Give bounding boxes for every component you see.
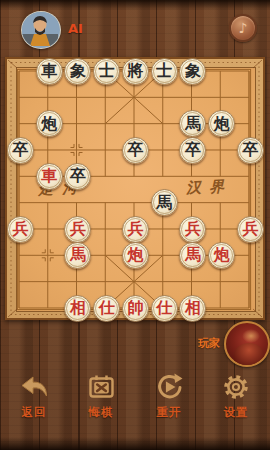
board-cell[interactable]	[236, 295, 265, 321]
board-cell[interactable]: 炮	[35, 111, 64, 137]
bottom-shadow-band	[0, 437, 270, 450]
board-cell[interactable]	[6, 111, 35, 137]
board-cell[interactable]	[6, 84, 35, 110]
board-cell[interactable]	[236, 190, 265, 216]
board-cell[interactable]: 卒	[179, 137, 208, 163]
board-cell[interactable]: 馬	[150, 190, 179, 216]
board-cell[interactable]	[92, 163, 121, 189]
board-cell[interactable]	[35, 242, 64, 268]
board-cell[interactable]: 馬	[179, 242, 208, 268]
board-cell[interactable]	[92, 137, 121, 163]
board-cell[interactable]	[92, 216, 121, 242]
board-cell[interactable]: 象	[64, 58, 93, 84]
board-cell[interactable]: 炮	[121, 242, 150, 268]
board-cell[interactable]: 兵	[64, 216, 93, 242]
restart-button[interactable]: 重开	[145, 372, 193, 428]
piece-red-兵[interactable]: 兵	[7, 216, 34, 243]
piece-red-仕[interactable]: 仕	[93, 295, 120, 322]
board-cell[interactable]: 馬	[64, 242, 93, 268]
board-cell[interactable]: 士	[150, 58, 179, 84]
board-cell[interactable]	[236, 84, 265, 110]
board-cell[interactable]	[207, 216, 236, 242]
piece-red-帥[interactable]: 帥	[122, 295, 149, 322]
piece-red-兵[interactable]: 兵	[64, 216, 91, 243]
board-cell[interactable]	[236, 242, 265, 268]
board-cell[interactable]	[64, 137, 93, 163]
board-cell[interactable]: 馬	[179, 111, 208, 137]
avatar-highlight	[242, 329, 260, 343]
opponent-avatar	[21, 11, 61, 49]
board-cell[interactable]	[121, 269, 150, 295]
player-name-label: 玩家	[198, 336, 220, 351]
piece-black-馬[interactable]: 馬	[179, 110, 206, 137]
piece-black-卒[interactable]: 卒	[237, 137, 264, 164]
board-cell[interactable]: 相	[64, 295, 93, 321]
avatar-figure	[234, 343, 264, 367]
player-avatar	[224, 321, 270, 367]
piece-red-炮[interactable]: 炮	[122, 242, 149, 269]
piece-red-炮[interactable]: 炮	[208, 242, 235, 269]
board-cell[interactable]	[64, 190, 93, 216]
piece-black-卒[interactable]: 卒	[64, 163, 91, 190]
board-cell[interactable]: 炮	[207, 111, 236, 137]
board-cell[interactable]	[236, 58, 265, 84]
board-cell[interactable]	[179, 163, 208, 189]
board-cell[interactable]: 炮	[207, 242, 236, 268]
top-shadow-band	[0, 0, 270, 10]
board-cell[interactable]	[236, 269, 265, 295]
back-button[interactable]: 返回	[10, 372, 58, 428]
board-cell[interactable]: 相	[179, 295, 208, 321]
piece-black-車[interactable]: 車	[36, 58, 63, 85]
piece-red-馬[interactable]: 馬	[64, 242, 91, 269]
board-cell[interactable]	[150, 111, 179, 137]
piece-red-兵[interactable]: 兵	[237, 216, 264, 243]
board-cell[interactable]: 將	[121, 58, 150, 84]
back-label: 返回	[22, 405, 47, 420]
piece-red-兵[interactable]: 兵	[179, 216, 206, 243]
board-cell[interactable]	[207, 58, 236, 84]
board-cell[interactable]	[35, 84, 64, 110]
board-cell[interactable]	[207, 269, 236, 295]
piece-red-相[interactable]: 相	[64, 295, 91, 322]
board-cell[interactable]	[207, 84, 236, 110]
board-cell[interactable]	[179, 190, 208, 216]
board-cell[interactable]	[6, 58, 35, 84]
piece-black-士[interactable]: 士	[93, 58, 120, 85]
board-cell[interactable]: 卒	[236, 137, 265, 163]
board-cell[interactable]	[6, 163, 35, 189]
piece-grid: 車象士將士象炮馬炮卒卒卒卒車卒馬兵兵兵兵兵馬炮馬炮相仕帥仕相	[6, 58, 265, 322]
board-cell[interactable]: 象	[179, 58, 208, 84]
board-cell[interactable]	[207, 295, 236, 321]
board-cell[interactable]	[92, 190, 121, 216]
board-cell[interactable]	[121, 84, 150, 110]
board-cell[interactable]	[92, 269, 121, 295]
board-cell[interactable]	[179, 269, 208, 295]
board-cell[interactable]: 帥	[121, 295, 150, 321]
board-cell[interactable]: 卒	[6, 137, 35, 163]
board-cell[interactable]	[6, 269, 35, 295]
piece-black-象[interactable]: 象	[64, 58, 91, 85]
board-cell[interactable]	[150, 269, 179, 295]
board-cell[interactable]	[121, 190, 150, 216]
board-cell[interactable]	[35, 295, 64, 321]
board-cell[interactable]	[35, 137, 64, 163]
board-cell[interactable]: 車	[35, 163, 64, 189]
board-cell[interactable]: 仕	[150, 295, 179, 321]
music-note-icon: ♪	[239, 21, 248, 35]
piece-red-仕[interactable]: 仕	[151, 295, 178, 322]
board-cell[interactable]	[121, 111, 150, 137]
board-cell[interactable]	[207, 190, 236, 216]
board-cell[interactable]	[35, 216, 64, 242]
board-cell[interactable]: 兵	[121, 216, 150, 242]
piece-black-馬[interactable]: 馬	[151, 189, 178, 216]
board-cell[interactable]	[179, 84, 208, 110]
board-cell[interactable]	[236, 163, 265, 189]
board-cell[interactable]	[6, 242, 35, 268]
back-arrow-icon	[19, 372, 49, 402]
board-cell[interactable]: 兵	[236, 216, 265, 242]
board-cell[interactable]: 士	[92, 58, 121, 84]
piece-black-卒[interactable]: 卒	[122, 137, 149, 164]
board-cell[interactable]	[6, 295, 35, 321]
settings-label: 设置	[224, 405, 249, 420]
board-cell[interactable]	[92, 242, 121, 268]
piece-red-車[interactable]: 車	[36, 163, 63, 190]
board-cell[interactable]	[150, 137, 179, 163]
xiangqi-board: 楚河 汉界 車象士將士象炮馬炮卒卒卒卒車卒馬兵兵兵兵兵馬炮馬炮相仕帥仕相	[5, 57, 265, 320]
piece-black-炮[interactable]: 炮	[36, 110, 63, 137]
board-cell[interactable]	[150, 242, 179, 268]
board-cell[interactable]: 車	[35, 58, 64, 84]
board-cell[interactable]	[150, 84, 179, 110]
undo-label: 悔棋	[89, 405, 114, 420]
board-cell[interactable]	[150, 216, 179, 242]
piece-black-炮[interactable]: 炮	[208, 110, 235, 137]
board-cell[interactable]	[64, 269, 93, 295]
general-portrait-icon	[22, 12, 58, 46]
board-cell[interactable]	[92, 111, 121, 137]
board-cell[interactable]	[207, 163, 236, 189]
board-cell[interactable]	[92, 84, 121, 110]
board-cell[interactable]: 兵	[6, 216, 35, 242]
piece-red-兵[interactable]: 兵	[122, 216, 149, 243]
music-toggle-button[interactable]: ♪	[229, 14, 257, 42]
piece-black-卒[interactable]: 卒	[7, 137, 34, 164]
board-cell[interactable]	[207, 137, 236, 163]
board-cell[interactable]	[64, 111, 93, 137]
board-cell[interactable]: 仕	[92, 295, 121, 321]
piece-black-象[interactable]: 象	[179, 58, 206, 85]
undo-board-x-icon	[86, 372, 116, 402]
piece-black-將[interactable]: 將	[122, 58, 149, 85]
board-cell[interactable]: 卒	[64, 163, 93, 189]
board-cell[interactable]	[121, 163, 150, 189]
board-cell[interactable]: 兵	[179, 216, 208, 242]
settings-button[interactable]: 设置	[212, 372, 260, 428]
piece-red-相[interactable]: 相	[179, 295, 206, 322]
board-cell[interactable]	[35, 269, 64, 295]
gear-icon	[221, 372, 251, 402]
restart-icon	[154, 372, 184, 402]
piece-red-馬[interactable]: 馬	[179, 242, 206, 269]
board-cell[interactable]	[150, 163, 179, 189]
board-cell[interactable]	[6, 190, 35, 216]
restart-label: 重开	[157, 405, 182, 420]
piece-black-卒[interactable]: 卒	[179, 137, 206, 164]
board-cell[interactable]	[35, 190, 64, 216]
undo-button[interactable]: 悔棋	[77, 372, 125, 428]
board-cell[interactable]: 卒	[121, 137, 150, 163]
piece-black-士[interactable]: 士	[151, 58, 178, 85]
opponent-name-label: AI	[68, 21, 83, 36]
board-cell[interactable]	[64, 84, 93, 110]
game-screen: AI ♪ 楚河 汉界 車象士將士象炮馬炮卒卒卒卒車卒馬兵兵兵兵兵馬炮馬炮相仕帥仕…	[0, 0, 270, 450]
board-cell[interactable]	[236, 111, 265, 137]
